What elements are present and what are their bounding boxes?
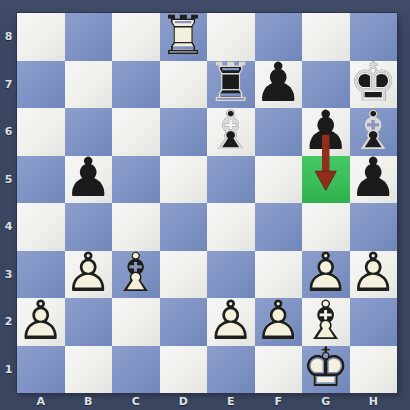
square-g6[interactable]: ♟ bbox=[302, 108, 350, 156]
square-c7[interactable] bbox=[112, 61, 160, 109]
piece-black-pawn-h5[interactable]: ♟ bbox=[350, 156, 398, 204]
square-e7[interactable]: ♜♖ bbox=[207, 61, 255, 109]
piece-white-king-g1[interactable]: ♚♔ bbox=[302, 346, 350, 394]
file-label-a: A bbox=[17, 393, 65, 410]
square-d1[interactable] bbox=[160, 346, 208, 394]
square-d3[interactable] bbox=[160, 251, 208, 299]
piece-white-pawn-e2[interactable]: ♟♙ bbox=[207, 298, 255, 346]
square-g4[interactable] bbox=[302, 203, 350, 251]
piece-white-pawn-b3[interactable]: ♟♙ bbox=[65, 251, 113, 299]
piece-white-bishop-c3[interactable]: ♝♗ bbox=[112, 251, 160, 299]
square-c3[interactable]: ♝♗ bbox=[112, 251, 160, 299]
square-g2[interactable]: ♝♗ bbox=[302, 298, 350, 346]
square-h1[interactable] bbox=[350, 346, 398, 394]
square-f4[interactable] bbox=[255, 203, 303, 251]
square-c5[interactable] bbox=[112, 156, 160, 204]
piece-white-pawn-h3[interactable]: ♟♙ bbox=[350, 251, 398, 299]
square-h4[interactable] bbox=[350, 203, 398, 251]
square-d4[interactable] bbox=[160, 203, 208, 251]
rank-label-5: 5 bbox=[0, 156, 17, 204]
square-h8[interactable] bbox=[350, 13, 398, 61]
square-c1[interactable] bbox=[112, 346, 160, 394]
rank-label-6: 6 bbox=[0, 108, 17, 156]
square-b4[interactable] bbox=[65, 203, 113, 251]
file-label-h: H bbox=[350, 393, 398, 410]
file-label-f: F bbox=[255, 393, 303, 410]
piece-white-pawn-f2[interactable]: ♟♙ bbox=[255, 298, 303, 346]
square-e8[interactable] bbox=[207, 13, 255, 61]
piece-white-pawn-a2[interactable]: ♟♙ bbox=[17, 298, 65, 346]
square-a8[interactable] bbox=[17, 13, 65, 61]
square-d8[interactable]: ♜♖ bbox=[160, 13, 208, 61]
rank-label-2: 2 bbox=[0, 298, 17, 346]
square-a3[interactable] bbox=[17, 251, 65, 299]
square-d7[interactable] bbox=[160, 61, 208, 109]
rank-label-4: 4 bbox=[0, 203, 17, 251]
square-c4[interactable] bbox=[112, 203, 160, 251]
square-a2[interactable]: ♟♙ bbox=[17, 298, 65, 346]
square-h7[interactable]: ♚♔ bbox=[350, 61, 398, 109]
square-f2[interactable]: ♟♙ bbox=[255, 298, 303, 346]
square-b1[interactable] bbox=[65, 346, 113, 394]
piece-black-pawn-f7[interactable]: ♟ bbox=[255, 61, 303, 109]
rank-label-3: 3 bbox=[0, 251, 17, 299]
square-h2[interactable] bbox=[350, 298, 398, 346]
square-d6[interactable] bbox=[160, 108, 208, 156]
piece-black-bishop-h6[interactable]: ♝♗ bbox=[350, 108, 398, 156]
square-e1[interactable] bbox=[207, 346, 255, 394]
square-f7[interactable]: ♟ bbox=[255, 61, 303, 109]
square-c8[interactable] bbox=[112, 13, 160, 61]
square-a1[interactable] bbox=[17, 346, 65, 394]
square-h3[interactable]: ♟♙ bbox=[350, 251, 398, 299]
square-a7[interactable] bbox=[17, 61, 65, 109]
square-b5[interactable]: ♟ bbox=[65, 156, 113, 204]
square-b2[interactable] bbox=[65, 298, 113, 346]
square-f6[interactable] bbox=[255, 108, 303, 156]
square-e5[interactable] bbox=[207, 156, 255, 204]
square-b3[interactable]: ♟♙ bbox=[65, 251, 113, 299]
square-e4[interactable] bbox=[207, 203, 255, 251]
square-e2[interactable]: ♟♙ bbox=[207, 298, 255, 346]
piece-white-bishop-g2[interactable]: ♝♗ bbox=[302, 298, 350, 346]
piece-white-pawn-g3[interactable]: ♟♙ bbox=[302, 251, 350, 299]
piece-black-pawn-b5[interactable]: ♟ bbox=[65, 156, 113, 204]
chess-board-app: ♜♖♜♖♟♚♔♝♗♟♝♗♟♟♟♙♝♗♟♙♟♙♟♙♟♙♟♙♝♗♚♔ 8765432… bbox=[0, 0, 410, 410]
square-g5[interactable] bbox=[302, 156, 350, 204]
square-b6[interactable] bbox=[65, 108, 113, 156]
square-f5[interactable] bbox=[255, 156, 303, 204]
square-a6[interactable] bbox=[17, 108, 65, 156]
square-h6[interactable]: ♝♗ bbox=[350, 108, 398, 156]
file-label-d: D bbox=[160, 393, 208, 410]
square-h5[interactable]: ♟ bbox=[350, 156, 398, 204]
file-label-e: E bbox=[207, 393, 255, 410]
square-c6[interactable] bbox=[112, 108, 160, 156]
piece-black-king-h7[interactable]: ♚♔ bbox=[350, 61, 398, 109]
rank-label-1: 1 bbox=[0, 346, 17, 394]
square-f3[interactable] bbox=[255, 251, 303, 299]
rank-label-8: 8 bbox=[0, 13, 17, 61]
square-g1[interactable]: ♚♔ bbox=[302, 346, 350, 394]
piece-white-rook-d8[interactable]: ♜♖ bbox=[160, 13, 208, 61]
square-g8[interactable] bbox=[302, 13, 350, 61]
file-label-c: C bbox=[112, 393, 160, 410]
square-b8[interactable] bbox=[65, 13, 113, 61]
square-c2[interactable] bbox=[112, 298, 160, 346]
file-label-b: B bbox=[65, 393, 113, 410]
square-d2[interactable] bbox=[160, 298, 208, 346]
piece-black-bishop-e6[interactable]: ♝♗ bbox=[207, 108, 255, 156]
square-b7[interactable] bbox=[65, 61, 113, 109]
file-label-g: G bbox=[302, 393, 350, 410]
square-a5[interactable] bbox=[17, 156, 65, 204]
square-g3[interactable]: ♟♙ bbox=[302, 251, 350, 299]
rank-label-7: 7 bbox=[0, 61, 17, 109]
square-f1[interactable] bbox=[255, 346, 303, 394]
piece-black-pawn-g6[interactable]: ♟ bbox=[302, 108, 350, 156]
chess-board: ♜♖♜♖♟♚♔♝♗♟♝♗♟♟♟♙♝♗♟♙♟♙♟♙♟♙♟♙♝♗♚♔ bbox=[17, 13, 397, 393]
square-g7[interactable] bbox=[302, 61, 350, 109]
square-d5[interactable] bbox=[160, 156, 208, 204]
square-a4[interactable] bbox=[17, 203, 65, 251]
square-e3[interactable] bbox=[207, 251, 255, 299]
square-e6[interactable]: ♝♗ bbox=[207, 108, 255, 156]
piece-black-rook-e7[interactable]: ♜♖ bbox=[207, 61, 255, 109]
square-f8[interactable] bbox=[255, 13, 303, 61]
